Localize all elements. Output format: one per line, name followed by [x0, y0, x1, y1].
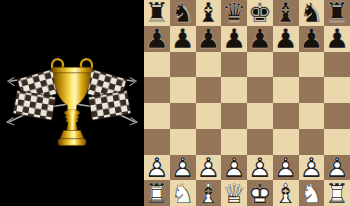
trophy-rim: [52, 67, 93, 73]
white-pawn-outline-glyph: ♙: [273, 155, 299, 181]
square-c7[interactable]: ♟: [196, 26, 222, 52]
piece-black-pawn[interactable]: ♟: [324, 26, 350, 52]
white-rook-glyph: ♜: [144, 180, 170, 206]
white-pawn-glyph: ♟: [170, 155, 196, 181]
square-a1[interactable]: ♜♖: [144, 180, 170, 206]
square-c4[interactable]: [196, 103, 222, 129]
trophy-cup: [52, 59, 93, 145]
piece-black-rook[interactable]: ♜: [144, 0, 170, 26]
square-g1[interactable]: ♞♘: [299, 180, 325, 206]
white-king-outline-glyph: ♔: [247, 180, 273, 206]
piece-white-pawn[interactable]: ♟♙: [221, 155, 247, 181]
square-f7[interactable]: ♟: [273, 26, 299, 52]
square-e2[interactable]: ♟♙: [247, 155, 273, 181]
square-f6[interactable]: [273, 52, 299, 78]
square-c5[interactable]: [196, 77, 222, 103]
white-pawn-glyph: ♟: [273, 155, 299, 181]
piece-white-knight[interactable]: ♞♘: [170, 180, 196, 206]
square-e1[interactable]: ♚♔: [247, 180, 273, 206]
square-a2[interactable]: ♟♙: [144, 155, 170, 181]
white-bishop-outline-glyph: ♗: [273, 180, 299, 206]
square-d8[interactable]: ♛: [221, 0, 247, 26]
piece-black-pawn[interactable]: ♟: [144, 26, 170, 52]
square-b8[interactable]: ♞: [170, 0, 196, 26]
square-h6[interactable]: [324, 52, 350, 78]
square-b6[interactable]: [170, 52, 196, 78]
square-a4[interactable]: [144, 103, 170, 129]
square-b5[interactable]: [170, 77, 196, 103]
square-b7[interactable]: ♟: [170, 26, 196, 52]
white-pawn-outline-glyph: ♙: [247, 155, 273, 181]
piece-white-pawn[interactable]: ♟♙: [299, 155, 325, 181]
piece-white-pawn[interactable]: ♟♙: [273, 155, 299, 181]
square-a3[interactable]: [144, 129, 170, 155]
white-pawn-glyph: ♟: [221, 155, 247, 181]
black-pawn-glyph: ♟: [247, 26, 273, 52]
piece-black-rook[interactable]: ♜: [324, 0, 350, 26]
square-g6[interactable]: [299, 52, 325, 78]
square-h7[interactable]: ♟: [324, 26, 350, 52]
white-queen-glyph: ♛: [221, 180, 247, 206]
square-g3[interactable]: [299, 129, 325, 155]
square-g7[interactable]: ♟: [299, 26, 325, 52]
square-e6[interactable]: [247, 52, 273, 78]
square-f3[interactable]: [273, 129, 299, 155]
piece-white-knight[interactable]: ♞♘: [299, 180, 325, 206]
white-knight-outline-glyph: ♘: [299, 180, 325, 206]
square-b2[interactable]: ♟♙: [170, 155, 196, 181]
square-d4[interactable]: [221, 103, 247, 129]
white-rook-outline-glyph: ♖: [324, 180, 350, 206]
trophy-graphic: [5, 55, 139, 152]
square-e8[interactable]: ♚: [247, 0, 273, 26]
piece-black-pawn[interactable]: ♟: [170, 26, 196, 52]
black-pawn-glyph: ♟: [273, 26, 299, 52]
piece-black-king[interactable]: ♚: [247, 0, 273, 26]
square-d2[interactable]: ♟♙: [221, 155, 247, 181]
black-pawn-glyph: ♟: [221, 26, 247, 52]
white-pawn-outline-glyph: ♙: [196, 155, 222, 181]
piece-white-rook[interactable]: ♜♖: [324, 180, 350, 206]
white-knight-outline-glyph: ♘: [170, 180, 196, 206]
white-pawn-glyph: ♟: [299, 155, 325, 181]
square-g5[interactable]: [299, 77, 325, 103]
square-b1[interactable]: ♞♘: [170, 180, 196, 206]
trophy-bowl: [53, 70, 90, 109]
square-h5[interactable]: [324, 77, 350, 103]
square-h8[interactable]: ♜: [324, 0, 350, 26]
piece-black-queen[interactable]: ♛: [221, 0, 247, 26]
black-rook-glyph: ♜: [324, 0, 350, 26]
square-a5[interactable]: [144, 77, 170, 103]
piece-black-pawn[interactable]: ♟: [299, 26, 325, 52]
square-f2[interactable]: ♟♙: [273, 155, 299, 181]
piece-black-bishop[interactable]: ♝: [273, 0, 299, 26]
square-f5[interactable]: [273, 77, 299, 103]
trophy-stem: [66, 122, 77, 130]
square-f8[interactable]: ♝: [273, 0, 299, 26]
square-d1[interactable]: ♛♕: [221, 180, 247, 206]
white-pawn-glyph: ♟: [247, 155, 273, 181]
square-c1[interactable]: ♝♗: [196, 180, 222, 206]
black-king-glyph: ♚: [247, 0, 273, 26]
piece-black-pawn[interactable]: ♟: [273, 26, 299, 52]
side-panel: [0, 0, 144, 206]
white-pawn-glyph: ♟: [324, 155, 350, 181]
square-b3[interactable]: [170, 129, 196, 155]
square-a7[interactable]: ♟: [144, 26, 170, 52]
square-h1[interactable]: ♜♖: [324, 180, 350, 206]
square-c6[interactable]: [196, 52, 222, 78]
white-pawn-glyph: ♟: [196, 155, 222, 181]
black-bishop-glyph: ♝: [196, 0, 222, 26]
square-h2[interactable]: ♟♙: [324, 155, 350, 181]
square-a6[interactable]: [144, 52, 170, 78]
piece-white-rook[interactable]: ♜♖: [144, 180, 170, 206]
square-f1[interactable]: ♝♗: [273, 180, 299, 206]
white-pawn-outline-glyph: ♙: [144, 155, 170, 181]
black-rook-glyph: ♜: [144, 0, 170, 26]
square-h4[interactable]: [324, 103, 350, 129]
piece-white-king[interactable]: ♚♔: [247, 180, 273, 206]
piece-white-pawn[interactable]: ♟♙: [170, 155, 196, 181]
black-pawn-glyph: ♟: [170, 26, 196, 52]
white-rook-outline-glyph: ♖: [144, 180, 170, 206]
square-e3[interactable]: [247, 129, 273, 155]
square-e4[interactable]: [247, 103, 273, 129]
white-bishop-glyph: ♝: [273, 180, 299, 206]
piece-black-knight[interactable]: ♞: [299, 0, 325, 26]
trophy-base: [60, 130, 84, 138]
piece-white-bishop[interactable]: ♝♗: [273, 180, 299, 206]
white-rook-glyph: ♜: [324, 180, 350, 206]
piece-white-pawn[interactable]: ♟♙: [196, 155, 222, 181]
square-f4[interactable]: [273, 103, 299, 129]
white-pawn-outline-glyph: ♙: [221, 155, 247, 181]
square-g8[interactable]: ♞: [299, 0, 325, 26]
black-knight-glyph: ♞: [170, 0, 196, 26]
square-d7[interactable]: ♟: [221, 26, 247, 52]
white-pawn-glyph: ♟: [144, 155, 170, 181]
square-c8[interactable]: ♝: [196, 0, 222, 26]
white-pawn-outline-glyph: ♙: [170, 155, 196, 181]
black-knight-glyph: ♞: [299, 0, 325, 26]
white-king-glyph: ♚: [247, 180, 273, 206]
piece-black-pawn[interactable]: ♟: [196, 26, 222, 52]
black-bishop-glyph: ♝: [273, 0, 299, 26]
black-pawn-glyph: ♟: [144, 26, 170, 52]
square-g4[interactable]: [299, 103, 325, 129]
black-pawn-glyph: ♟: [196, 26, 222, 52]
square-g2[interactable]: ♟♙: [299, 155, 325, 181]
black-queen-glyph: ♛: [221, 0, 247, 26]
square-a8[interactable]: ♜: [144, 0, 170, 26]
white-bishop-outline-glyph: ♗: [196, 180, 222, 206]
square-d5[interactable]: [221, 77, 247, 103]
game-window: ♜♞♝♛♚♝♞♜♟♟♟♟♟♟♟♟♟♙♟♙♟♙♟♙♟♙♟♙♟♙♟♙♜♖♞♘♝♗♛♕…: [0, 0, 350, 206]
white-bishop-glyph: ♝: [196, 180, 222, 206]
piece-white-pawn[interactable]: ♟♙: [247, 155, 273, 181]
piece-white-pawn[interactable]: ♟♙: [324, 155, 350, 181]
square-e5[interactable]: [247, 77, 273, 103]
piece-white-bishop[interactable]: ♝♗: [196, 180, 222, 206]
white-queen-outline-glyph: ♕: [221, 180, 247, 206]
square-d3[interactable]: [221, 129, 247, 155]
piece-black-knight[interactable]: ♞: [170, 0, 196, 26]
black-pawn-glyph: ♟: [299, 26, 325, 52]
piece-white-queen[interactable]: ♛♕: [221, 180, 247, 206]
white-knight-glyph: ♞: [299, 180, 325, 206]
white-pawn-outline-glyph: ♙: [299, 155, 325, 181]
white-knight-glyph: ♞: [170, 180, 196, 206]
piece-black-bishop[interactable]: ♝: [196, 0, 222, 26]
square-c3[interactable]: [196, 129, 222, 155]
square-e7[interactable]: ♟: [247, 26, 273, 52]
chess-board: ♜♞♝♛♚♝♞♜♟♟♟♟♟♟♟♟♟♙♟♙♟♙♟♙♟♙♟♙♟♙♟♙♜♖♞♘♝♗♛♕…: [144, 0, 350, 206]
black-pawn-glyph: ♟: [324, 26, 350, 52]
trophy-base-plate: [58, 138, 86, 145]
piece-black-pawn[interactable]: ♟: [247, 26, 273, 52]
square-d6[interactable]: [221, 52, 247, 78]
white-pawn-outline-glyph: ♙: [324, 155, 350, 181]
square-h3[interactable]: [324, 129, 350, 155]
piece-white-pawn[interactable]: ♟♙: [144, 155, 170, 181]
piece-black-pawn[interactable]: ♟: [221, 26, 247, 52]
square-c2[interactable]: ♟♙: [196, 155, 222, 181]
square-b4[interactable]: [170, 103, 196, 129]
